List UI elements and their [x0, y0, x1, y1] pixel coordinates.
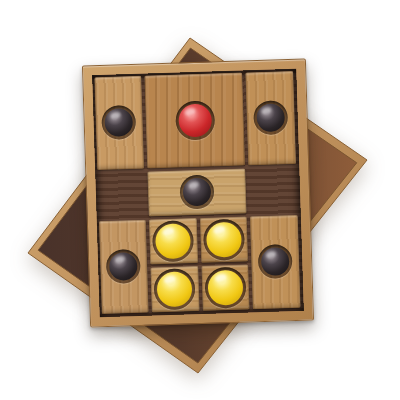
puzzle-block-v3-1x2[interactable]: [98, 219, 148, 313]
yellow-marble-icon: [157, 271, 193, 307]
yellow-marble-icon: [155, 223, 191, 259]
black-marble-icon: [183, 178, 212, 207]
puzzle-block-y1-1x1[interactable]: [149, 218, 198, 264]
yellow-marble-hole: [204, 266, 246, 308]
black-marble-icon: [256, 103, 285, 132]
black-marble-hole: [257, 244, 292, 279]
black-marble-icon: [261, 247, 290, 276]
yellow-marble-icon: [207, 269, 243, 305]
puzzle-block-v4-1x2[interactable]: [250, 214, 300, 308]
puzzle-block-y2-1x1[interactable]: [199, 216, 248, 262]
puzzle-block-big-2x2[interactable]: [144, 72, 245, 168]
puzzle-block-v1-1x2[interactable]: [94, 75, 144, 169]
yellow-marble-hole: [203, 218, 245, 260]
red-marble-icon: [178, 103, 212, 137]
yellow-marble-hole: [152, 220, 194, 262]
puzzle-block-h1-2x1[interactable]: [147, 168, 246, 216]
black-marble-hole: [179, 175, 214, 210]
black-marble-hole: [253, 100, 288, 135]
puzzle-block-v2-1x2[interactable]: [245, 70, 295, 164]
puzzle-tray: [82, 59, 314, 328]
yellow-marble-icon: [206, 221, 242, 257]
puzzle-block-y3-1x1[interactable]: [150, 266, 199, 312]
black-marble-hole: [106, 249, 141, 284]
black-marble-icon: [105, 108, 134, 137]
black-marble-icon: [109, 252, 138, 281]
scene: [0, 0, 400, 400]
yellow-marble-hole: [154, 268, 196, 310]
red-marble-hole: [175, 100, 215, 140]
puzzle-block-y4-1x1[interactable]: [201, 264, 250, 310]
puzzle-board: [92, 69, 304, 317]
black-marble-hole: [101, 105, 136, 140]
